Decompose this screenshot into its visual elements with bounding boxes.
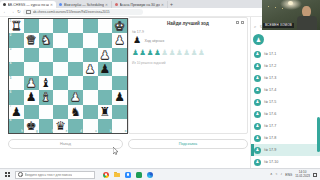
refresh-icon[interactable]: ↻: [17, 10, 21, 15]
rank-label: 8: [10, 119, 12, 122]
square[interactable]: c: [83, 119, 98, 133]
square[interactable]: [53, 62, 68, 76]
ceiling-lamp: [288, 1, 293, 5]
exercise-pawn-badge: ♟: [254, 123, 261, 130]
progress-pawns: ♟♟♟♟♟♟♟♟♟♟: [132, 49, 205, 57]
search-placeholder: Введите здесь текст для поиска: [25, 173, 72, 177]
black-pawn: ♟: [114, 91, 125, 103]
square[interactable]: 1♜: [9, 19, 24, 33]
square[interactable]: ♟: [112, 33, 127, 47]
webcam-video[interactable]: ВСЕМЕН ХОМОВ: [262, 0, 320, 30]
square[interactable]: ♞: [68, 105, 83, 119]
panel-window-icons: [236, 21, 244, 24]
white-queen: ♛: [26, 34, 37, 46]
rank-label: 7: [10, 105, 12, 108]
pawn-icon: ♟: [256, 136, 260, 140]
tab-favicon: [59, 3, 62, 6]
browser-tab[interactable]: AB-CHESS — курсы по шахматам✕: [0, 1, 56, 8]
tab-strip: AB-CHESS — курсы по шахматам✕Мои клубы —…: [0, 0, 168, 8]
volume-icon[interactable]: ♪: [281, 173, 283, 176]
chrome-icon[interactable]: [103, 172, 109, 178]
square[interactable]: g♚: [24, 119, 39, 133]
square[interactable]: b: [98, 119, 113, 133]
browser-tab[interactable]: Мои клубы — Scheduling✕: [56, 1, 112, 8]
exercise-pawn-badge: ♟: [254, 159, 261, 166]
avatar[interactable]: ♟: [253, 34, 264, 45]
square[interactable]: [83, 105, 98, 119]
white-rook: ♜: [11, 20, 22, 32]
string-light: [275, 7, 276, 8]
video-app-icon[interactable]: [125, 172, 131, 178]
square[interactable]: [83, 33, 98, 47]
turn-label: Ход чёрных: [145, 39, 165, 43]
square[interactable]: a: [112, 119, 127, 133]
square[interactable]: [39, 105, 54, 119]
pawn-icon: ♟: [256, 112, 260, 116]
square[interactable]: ♟: [98, 48, 113, 62]
puzzle-panel: Найди лучший ход № 17-9 ♟ Ход чёрных ♟♟♟…: [128, 17, 248, 134]
url-text: ab-chess.com/courses/15/lesson/9d1/exerc…: [33, 10, 110, 14]
square[interactable]: [112, 76, 127, 90]
pawn-icon: ♟: [256, 148, 260, 152]
black-bishop: ♝: [40, 77, 51, 89]
black-rook: ♜: [99, 106, 110, 118]
exercise-label: № 17-7: [264, 124, 276, 128]
back-icon[interactable]: ←: [3, 10, 8, 15]
taskbar-search[interactable]: Введите здесь текст для поиска: [15, 171, 95, 179]
square[interactable]: [24, 48, 39, 62]
rank-label: 1: [10, 20, 12, 23]
white-pawn: ♟: [114, 34, 125, 46]
square[interactable]: ♟: [83, 62, 98, 76]
square[interactable]: ♞: [39, 33, 54, 47]
square[interactable]: [68, 76, 83, 90]
square[interactable]: 2: [9, 33, 24, 47]
exercise-pawn-badge: ♟: [254, 135, 261, 142]
exercise-label: № 17-6: [264, 112, 276, 116]
search-icon[interactable]: ⌕: [254, 24, 256, 29]
rank-label: 2: [10, 34, 12, 37]
puzzle-number: № 17-9: [132, 30, 144, 34]
progress-pawn-icon: ♟: [161, 49, 168, 57]
tab-title: AB-CHESS — курсы по шахматам: [8, 3, 49, 7]
exercise-label: № 17-4: [264, 88, 276, 92]
forward-icon[interactable]: →: [10, 10, 15, 15]
exercise-list-item[interactable]: ♟№ 17-9: [251, 144, 320, 156]
square[interactable]: [98, 33, 113, 47]
pawn-icon: ♟: [256, 88, 260, 92]
exercise-label: № 17-9: [264, 148, 276, 152]
exercise-pawn-badge: ♟: [254, 63, 261, 70]
exercise-list-item[interactable]: ♟№ 17-1: [251, 48, 320, 60]
square[interactable]: [53, 76, 68, 90]
square[interactable]: f: [39, 119, 54, 133]
square[interactable]: [98, 90, 113, 104]
square[interactable]: [68, 33, 83, 47]
square[interactable]: [83, 90, 98, 104]
tray-caret-icon[interactable]: ∧: [270, 173, 272, 176]
tab-title: Асана Премиум на 30 дней: [120, 3, 160, 7]
square[interactable]: [83, 76, 98, 90]
exercise-label: № 17-2: [264, 64, 276, 68]
white-pawn: ♟: [70, 91, 81, 103]
exercise-pawn-badge: ♟: [254, 75, 261, 82]
tab-favicon: [115, 3, 118, 6]
string-light: [268, 6, 269, 7]
square[interactable]: [112, 62, 127, 76]
rank-label: 3: [10, 48, 12, 51]
square[interactable]: 7♟: [9, 105, 24, 119]
black-queen: ♛: [55, 120, 66, 132]
edge-icon[interactable]: [147, 172, 153, 178]
board-action-button[interactable]: Назад: [8, 139, 123, 149]
square[interactable]: ♝: [39, 76, 54, 90]
pawn-icon: ♟: [256, 100, 260, 104]
pawn-icon: ♟: [256, 52, 260, 56]
square[interactable]: [112, 105, 127, 119]
exercise-list-item[interactable]: ♟№ 17-5: [251, 96, 320, 108]
language-indicator[interactable]: ENG: [285, 173, 292, 177]
progress-caption: Из 10 решено заданий: [132, 61, 166, 65]
exercise-list-item[interactable]: ♟№ 17-10: [251, 156, 320, 168]
green-app-icon[interactable]: [136, 172, 142, 178]
square[interactable]: [39, 62, 54, 76]
folder-icon[interactable]: [114, 173, 120, 178]
square[interactable]: 8h: [9, 119, 24, 133]
black-pawn: ♟: [11, 106, 22, 118]
exercise-pawn-badge: ♟: [254, 51, 261, 58]
exercise-sidebar: ⌕ ↻ ♟ ♟№ 17-1♟№ 17-2♟№ 17-3♟№ 17-4♟№ 17-…: [250, 17, 320, 180]
square[interactable]: [68, 19, 83, 33]
exercise-label: № 17-8: [264, 136, 276, 140]
square[interactable]: e♛: [53, 119, 68, 133]
black-pawn: ♟: [26, 91, 37, 103]
black-king: ♚: [26, 120, 37, 132]
date: 11.01.2023: [295, 175, 310, 179]
square[interactable]: 4: [9, 62, 24, 76]
file-label: a: [125, 130, 127, 133]
black-knight: ♞: [70, 106, 81, 118]
action-center-icon[interactable]: [313, 173, 317, 177]
square[interactable]: ♝: [39, 90, 54, 104]
pawn-icon: ♟: [256, 76, 260, 80]
square[interactable]: ♟: [68, 90, 83, 104]
square[interactable]: [112, 48, 127, 62]
new-tab-button[interactable]: +: [170, 1, 173, 7]
white-pawn: ♟: [85, 63, 96, 75]
square[interactable]: [39, 48, 54, 62]
square[interactable]: [98, 19, 113, 33]
white-knight: ♞: [40, 34, 51, 46]
square[interactable]: [53, 90, 68, 104]
square[interactable]: [83, 19, 98, 33]
clock[interactable]: 14:10 11.01.2023: [295, 171, 310, 178]
exercise-pawn-badge: ♟: [254, 111, 261, 118]
rank-label: 6: [10, 91, 12, 94]
progress-pawn-icon: ♟: [176, 49, 183, 57]
pawn-icon: ♟: [256, 160, 260, 164]
square[interactable]: [68, 48, 83, 62]
square[interactable]: [53, 48, 68, 62]
progress-pawn-icon: ♟: [183, 49, 190, 57]
square[interactable]: [24, 105, 39, 119]
white-king: ♚: [114, 20, 125, 32]
chess-board[interactable]: 1♜♚2♛♞♟3♟4♟♟5♟♝6♟♝♟♟7♟♞♜8hg♚fe♛dcba: [8, 18, 128, 134]
avatar-pawn-icon: ♟: [256, 37, 261, 43]
exercise-list-item[interactable]: ♟№ 17-2: [251, 60, 320, 72]
white-pawn: ♟: [99, 49, 110, 61]
square[interactable]: ♚: [112, 19, 127, 33]
square[interactable]: [98, 76, 113, 90]
pawn-icon: ♟: [256, 64, 260, 68]
exercise-label: № 17-5: [264, 100, 276, 104]
black-pawn-icon: ♟: [133, 36, 141, 45]
panel-action-button[interactable]: Подсказка: [128, 139, 248, 149]
square[interactable]: [24, 62, 39, 76]
puzzle-title: Найди лучший ход: [129, 21, 247, 26]
tab-title: Мои клубы — Scheduling: [64, 3, 104, 7]
exercise-list-item[interactable]: ♟№ 17-6: [251, 108, 320, 120]
square[interactable]: [53, 19, 68, 33]
exercise-list-item[interactable]: ♟№ 17-7: [251, 120, 320, 132]
close-icon[interactable]: [241, 21, 244, 24]
exercise-pawn-badge: ♟: [254, 87, 261, 94]
square[interactable]: ♛: [24, 33, 39, 47]
browser-tab[interactable]: Асана Премиум на 30 дней✕: [112, 1, 168, 8]
exercise-label: № 17-10: [264, 160, 278, 164]
tab-close-icon[interactable]: ✕: [161, 3, 164, 7]
square[interactable]: ♟: [98, 62, 113, 76]
mouse-cursor: [113, 141, 119, 159]
lock-icon: [26, 10, 30, 14]
white-pawn: ♟: [26, 77, 37, 89]
square[interactable]: 3: [9, 48, 24, 62]
progress-pawn-icon: ♟: [147, 49, 154, 57]
tab-favicon: [3, 3, 6, 6]
exercise-label: № 17-1: [264, 52, 276, 56]
progress-pawn-icon: ♟: [154, 49, 161, 57]
exercise-list-item[interactable]: ♟№ 17-3: [251, 72, 320, 84]
taskbar: Введите здесь текст для поиска ∧ ⌁ ♪ ENG…: [0, 168, 320, 180]
url-bar[interactable]: ab-chess.com/courses/15/lesson/9d1/exerc…: [23, 9, 143, 15]
pawn-icon: ♟: [256, 124, 260, 128]
turn-indicator: ♟ Ход чёрных: [133, 36, 164, 45]
exercise-list-item[interactable]: ♟№ 17-8: [251, 132, 320, 144]
square[interactable]: ♜: [98, 105, 113, 119]
screen: AB-CHESS — курсы по шахматам✕Мои клубы —…: [0, 0, 320, 180]
page-content: 1♜♚2♛♞♟3♟4♟♟5♟♝6♟♝♟♟7♟♞♜8hg♚fe♛dcba Наза…: [0, 17, 320, 168]
progress-pawn-icon: ♟: [169, 49, 176, 57]
square[interactable]: [53, 105, 68, 119]
exercise-list-item[interactable]: ♟№ 17-4: [251, 84, 320, 96]
square[interactable]: [83, 48, 98, 62]
rank-label: 4: [10, 62, 12, 65]
start-button[interactable]: [5, 172, 10, 177]
square[interactable]: [39, 19, 54, 33]
search-icon: [18, 172, 23, 177]
square[interactable]: [68, 62, 83, 76]
exercise-pawn-badge: ♟: [254, 147, 261, 154]
square[interactable]: d: [68, 119, 83, 133]
progress-pawn-icon: ♟: [132, 49, 139, 57]
exercise-label: № 17-3: [264, 76, 276, 80]
tab-close-icon[interactable]: ✕: [50, 3, 53, 7]
square[interactable]: ♟: [24, 90, 39, 104]
taskbar-icons: [103, 172, 153, 178]
expand-icon[interactable]: [236, 21, 239, 24]
exercise-pawn-badge: ♟: [254, 99, 261, 106]
progress-pawn-icon: ♟: [139, 49, 146, 57]
black-pawn: ♟: [99, 63, 110, 75]
progress-pawn-icon: ♟: [198, 49, 205, 57]
white-bishop: ♝: [40, 91, 51, 103]
rank-label: 5: [10, 77, 12, 80]
square[interactable]: 6: [9, 90, 24, 104]
square[interactable]: ♟: [24, 76, 39, 90]
participant-name: ВСЕМЕН ХОМОВ: [263, 23, 294, 28]
square[interactable]: ♟: [112, 90, 127, 104]
square[interactable]: 5: [9, 76, 24, 90]
tab-close-icon[interactable]: ✕: [105, 3, 108, 7]
progress-pawn-icon: ♟: [191, 49, 198, 57]
network-icon[interactable]: ⌁: [276, 173, 278, 176]
system-tray: ∧ ⌁ ♪ ENG 14:10 11.01.2023: [270, 171, 320, 178]
square[interactable]: [53, 33, 68, 47]
person-body: [297, 16, 317, 30]
square[interactable]: [24, 19, 39, 33]
exercise-list: ♟№ 17-1♟№ 17-2♟№ 17-3♟№ 17-4♟№ 17-5♟№ 17…: [251, 48, 320, 180]
